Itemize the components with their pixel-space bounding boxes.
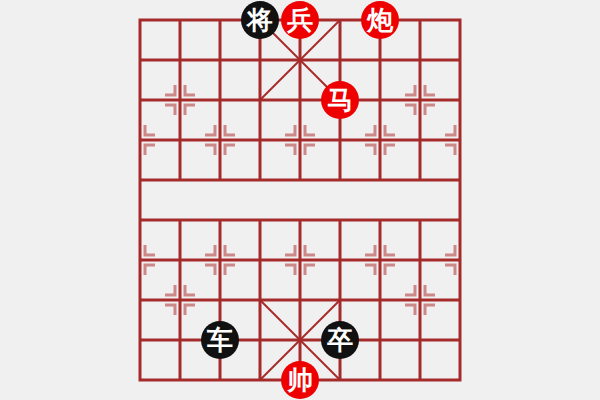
board-point[interactable] <box>240 120 280 160</box>
board-point[interactable] <box>360 240 400 280</box>
board-point[interactable] <box>320 0 360 40</box>
piece-black-general[interactable]: 将 <box>241 1 279 39</box>
board-point[interactable] <box>120 40 160 80</box>
board-point[interactable] <box>400 240 440 280</box>
board-point[interactable] <box>160 200 200 240</box>
board-point[interactable] <box>400 120 440 160</box>
board-point[interactable] <box>200 280 240 320</box>
board-point[interactable]: 帅 <box>280 360 320 400</box>
board-point[interactable] <box>160 360 200 400</box>
board-point[interactable] <box>120 320 160 360</box>
board-point[interactable]: 车 <box>200 320 240 360</box>
board-point[interactable]: 兵 <box>280 0 320 40</box>
board-point[interactable] <box>200 240 240 280</box>
board-point[interactable] <box>240 160 280 200</box>
board-point[interactable] <box>440 200 480 240</box>
board-point[interactable] <box>160 40 200 80</box>
board-point[interactable] <box>320 360 360 400</box>
board-point[interactable] <box>400 280 440 320</box>
board-point[interactable] <box>320 160 360 200</box>
board-point[interactable] <box>440 280 480 320</box>
board-point[interactable] <box>120 80 160 120</box>
board-point[interactable] <box>120 240 160 280</box>
board-point[interactable] <box>120 360 160 400</box>
board-point[interactable] <box>240 240 280 280</box>
board-point[interactable] <box>360 360 400 400</box>
board-point[interactable]: 卒 <box>320 320 360 360</box>
board-point[interactable] <box>400 0 440 40</box>
board-point[interactable] <box>160 240 200 280</box>
board-point[interactable] <box>280 320 320 360</box>
board-point[interactable] <box>240 80 280 120</box>
board-point[interactable] <box>440 360 480 400</box>
board-point[interactable] <box>320 120 360 160</box>
board-point[interactable] <box>120 200 160 240</box>
board-point[interactable] <box>320 280 360 320</box>
board-point[interactable] <box>160 160 200 200</box>
board-point[interactable]: 炮 <box>360 0 400 40</box>
board-point[interactable] <box>280 280 320 320</box>
board-point[interactable] <box>360 160 400 200</box>
board-point[interactable] <box>400 360 440 400</box>
xiangqi-board: 将兵炮马车卒帅 <box>0 0 600 400</box>
board-point[interactable] <box>240 360 280 400</box>
board-point[interactable] <box>280 120 320 160</box>
board-point[interactable] <box>400 320 440 360</box>
board-point[interactable] <box>360 120 400 160</box>
board-point[interactable] <box>360 80 400 120</box>
board-point[interactable] <box>440 80 480 120</box>
board-point[interactable] <box>160 120 200 160</box>
board-point[interactable] <box>240 40 280 80</box>
board-point[interactable] <box>120 160 160 200</box>
board-point[interactable] <box>360 40 400 80</box>
board-point[interactable] <box>160 320 200 360</box>
board-point[interactable] <box>200 80 240 120</box>
piece-red-general[interactable]: 帅 <box>281 361 319 399</box>
board-point[interactable] <box>240 200 280 240</box>
board-point[interactable] <box>400 40 440 80</box>
board-intersections: 将兵炮马车卒帅 <box>120 0 480 400</box>
board-point[interactable] <box>200 0 240 40</box>
board-point[interactable] <box>200 360 240 400</box>
board-point[interactable] <box>120 120 160 160</box>
board-point[interactable] <box>200 200 240 240</box>
board-point[interactable] <box>440 120 480 160</box>
board-point[interactable] <box>160 280 200 320</box>
board-point[interactable] <box>320 40 360 80</box>
piece-red-soldier[interactable]: 兵 <box>281 1 319 39</box>
board-point[interactable] <box>440 160 480 200</box>
piece-black-chariot[interactable]: 车 <box>201 321 239 359</box>
board-point[interactable] <box>160 80 200 120</box>
board-point[interactable] <box>440 40 480 80</box>
board-point[interactable] <box>240 320 280 360</box>
board-point[interactable] <box>400 160 440 200</box>
board-point[interactable] <box>320 200 360 240</box>
piece-red-cannon[interactable]: 炮 <box>361 1 399 39</box>
board-point[interactable] <box>240 280 280 320</box>
board-point[interactable] <box>320 240 360 280</box>
board-point[interactable] <box>440 320 480 360</box>
board-point[interactable] <box>400 80 440 120</box>
board-point[interactable] <box>120 0 160 40</box>
board-point[interactable] <box>200 40 240 80</box>
board-point[interactable] <box>280 40 320 80</box>
board-point[interactable] <box>400 200 440 240</box>
board-point[interactable] <box>160 0 200 40</box>
board-point[interactable] <box>200 160 240 200</box>
board-point[interactable]: 将 <box>240 0 280 40</box>
board-point[interactable] <box>440 0 480 40</box>
board-point[interactable] <box>280 200 320 240</box>
board-point[interactable] <box>280 240 320 280</box>
board-point[interactable] <box>440 240 480 280</box>
board-point[interactable] <box>200 120 240 160</box>
board-point[interactable] <box>280 80 320 120</box>
board-point[interactable] <box>120 280 160 320</box>
board-point[interactable] <box>360 320 400 360</box>
board-point[interactable] <box>360 280 400 320</box>
board-point[interactable]: 马 <box>320 80 360 120</box>
piece-red-horse[interactable]: 马 <box>321 81 359 119</box>
board-point[interactable] <box>360 200 400 240</box>
piece-black-soldier[interactable]: 卒 <box>321 321 359 359</box>
board-point[interactable] <box>280 160 320 200</box>
